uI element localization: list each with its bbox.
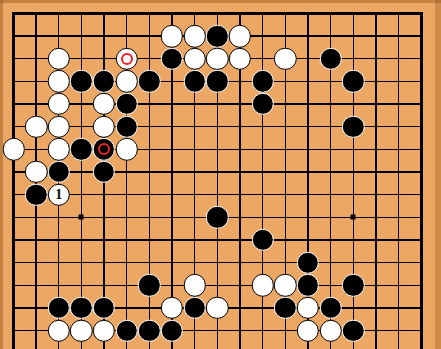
- grid-line-horizontal: [12, 239, 423, 240]
- white-stone[interactable]: [229, 25, 251, 47]
- black-stone[interactable]: [183, 297, 205, 319]
- black-stone[interactable]: [342, 70, 364, 92]
- black-stone[interactable]: [206, 206, 228, 228]
- black-stone[interactable]: [116, 93, 138, 115]
- white-stone[interactable]: [274, 48, 296, 70]
- white-stone[interactable]: [93, 319, 115, 341]
- black-stone[interactable]: [297, 274, 319, 296]
- white-stone[interactable]: [48, 48, 70, 70]
- black-stone[interactable]: [183, 70, 205, 92]
- white-stone[interactable]: [161, 297, 183, 319]
- grid-line-vertical: [420, 12, 423, 349]
- hoshi-point: [79, 215, 84, 220]
- white-stone[interactable]: [206, 297, 228, 319]
- grid-line-horizontal: [12, 12, 423, 15]
- black-stone[interactable]: [93, 161, 115, 183]
- white-stone[interactable]: [229, 48, 251, 70]
- hoshi-point: [351, 215, 356, 220]
- black-stone[interactable]: [206, 70, 228, 92]
- black-stone[interactable]: [274, 297, 296, 319]
- white-stone[interactable]: [116, 138, 138, 160]
- red-circle-marker: [121, 53, 133, 65]
- black-stone[interactable]: [138, 70, 160, 92]
- white-stone[interactable]: [116, 70, 138, 92]
- white-stone[interactable]: [93, 93, 115, 115]
- black-stone[interactable]: [319, 297, 341, 319]
- grid-line-horizontal: [12, 262, 423, 263]
- black-stone[interactable]: [319, 48, 341, 70]
- white-stone[interactable]: [48, 319, 70, 341]
- black-stone[interactable]: [25, 183, 47, 205]
- black-stone[interactable]: [48, 297, 70, 319]
- black-stone[interactable]: [116, 116, 138, 138]
- goban-frame: 1: [0, 0, 441, 349]
- red-circle-marker: [98, 143, 110, 155]
- black-stone[interactable]: [161, 319, 183, 341]
- black-stone[interactable]: [251, 93, 273, 115]
- white-stone[interactable]: [48, 93, 70, 115]
- white-stone[interactable]: [319, 319, 341, 341]
- black-stone[interactable]: [70, 138, 92, 160]
- black-stone[interactable]: [93, 70, 115, 92]
- white-stone[interactable]: [297, 297, 319, 319]
- black-stone[interactable]: [206, 25, 228, 47]
- grid-line-horizontal: [12, 103, 423, 104]
- black-stone[interactable]: [70, 297, 92, 319]
- white-stone[interactable]: [274, 274, 296, 296]
- white-stone[interactable]: [25, 161, 47, 183]
- grid-line-vertical: [353, 12, 354, 349]
- white-stone[interactable]: [183, 48, 205, 70]
- white-stone[interactable]: [251, 274, 273, 296]
- grid-line-horizontal: [12, 171, 423, 172]
- white-stone[interactable]: [206, 48, 228, 70]
- black-stone[interactable]: [297, 251, 319, 273]
- white-stone[interactable]: [161, 25, 183, 47]
- black-stone[interactable]: [116, 319, 138, 341]
- grid-line-vertical: [375, 12, 376, 349]
- white-stone[interactable]: [93, 116, 115, 138]
- go-board[interactable]: 1: [0, 0, 441, 349]
- black-stone[interactable]: [342, 319, 364, 341]
- white-stone[interactable]: [2, 138, 24, 160]
- black-stone[interactable]: [138, 274, 160, 296]
- white-stone[interactable]: [183, 274, 205, 296]
- black-stone[interactable]: [251, 229, 273, 251]
- white-stone[interactable]: [297, 319, 319, 341]
- white-stone[interactable]: [25, 116, 47, 138]
- black-stone[interactable]: [70, 70, 92, 92]
- black-stone[interactable]: [48, 161, 70, 183]
- grid-line-horizontal: [12, 194, 423, 195]
- white-stone[interactable]: [48, 138, 70, 160]
- white-stone[interactable]: [183, 25, 205, 47]
- grid-line-vertical: [398, 12, 399, 349]
- black-stone[interactable]: [93, 297, 115, 319]
- grid-line-vertical: [12, 12, 15, 349]
- grid-line-vertical: [262, 12, 263, 349]
- black-stone[interactable]: [161, 48, 183, 70]
- move-number-label: 1: [55, 187, 62, 201]
- white-stone[interactable]: [70, 319, 92, 341]
- black-stone[interactable]: [138, 319, 160, 341]
- white-stone[interactable]: [48, 70, 70, 92]
- white-stone[interactable]: [48, 116, 70, 138]
- grid-line-vertical: [149, 12, 150, 349]
- black-stone[interactable]: [251, 70, 273, 92]
- black-stone[interactable]: [342, 116, 364, 138]
- black-stone[interactable]: [342, 274, 364, 296]
